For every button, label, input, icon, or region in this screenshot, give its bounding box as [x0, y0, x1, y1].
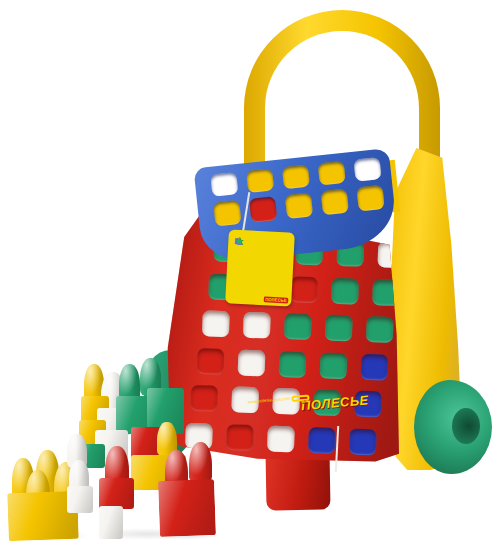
tag-brand-chip: ПОЛЕСЬЕ [264, 297, 289, 304]
wheel-hub [452, 408, 480, 444]
hang-tag: ●★●●■■▲■★ ПОЛЕСЬЕ [225, 229, 295, 306]
lid-hole [353, 157, 381, 182]
product-photo: ●★●●■■▲■★ ПОЛЕСЬЕ ПОЛЕСЬЕ® www.polesie-t… [0, 0, 500, 545]
lid-hole [285, 192, 313, 219]
lid-hole [213, 200, 241, 227]
basket-hole [325, 315, 353, 342]
block-red-duo-body [158, 479, 216, 537]
block-tower-body [67, 486, 93, 513]
tag-icons: ●★●●■■▲■★ [235, 235, 301, 238]
trademark-symbol: ® [300, 398, 305, 404]
rake-icon: ★ [234, 235, 245, 248]
lid-hole [246, 168, 274, 193]
lid-hole [282, 165, 310, 190]
basket-hole [190, 385, 218, 412]
lid-holes [194, 148, 399, 264]
basket-hole [331, 277, 359, 304]
block-tower-body [99, 478, 134, 509]
basket-hole [243, 312, 271, 339]
basket-hole [348, 428, 376, 455]
basket-lid [194, 148, 399, 264]
right-wheel [414, 380, 492, 474]
basket-hole [196, 348, 224, 375]
basket-hole [366, 316, 394, 343]
basket-hole [319, 352, 347, 379]
basket-hole [202, 310, 230, 337]
basket-hole [278, 350, 306, 377]
basket-hole [290, 276, 318, 303]
basket-hole [360, 353, 388, 380]
block-red-duo-stud [189, 442, 212, 483]
lid-hole [321, 189, 349, 216]
basket-hole [237, 349, 265, 376]
lid-hole [356, 185, 384, 212]
lid-hole [318, 161, 346, 186]
block-tower-body [99, 506, 123, 539]
lid-hole [249, 196, 277, 223]
lid-hole [210, 172, 238, 197]
basket-hole [284, 313, 312, 340]
